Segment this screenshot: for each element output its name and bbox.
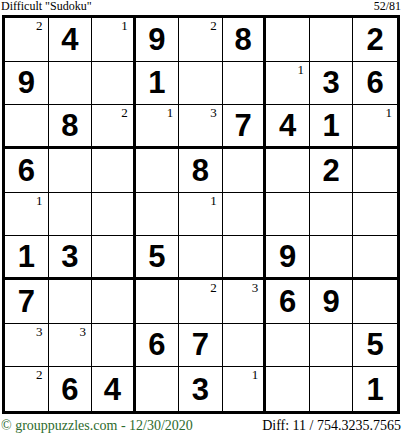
pencil-mark: 1 [210, 193, 217, 208]
pencil-mark: 3 [80, 324, 87, 339]
cell-r2c8[interactable]: 3 [310, 62, 354, 106]
cell-r9c6[interactable]: 1 [223, 367, 267, 411]
given-digit: 3 [61, 241, 78, 272]
page-title: Difficult "Sudoku" [1, 0, 92, 13]
given-digit: 8 [234, 24, 251, 55]
pencil-mark: 2 [36, 18, 43, 33]
given-digit: 1 [323, 110, 340, 141]
cell-r8c7[interactable] [266, 324, 310, 368]
cell-r1c8[interactable] [310, 18, 354, 62]
cell-r9c3[interactable]: 4 [92, 367, 136, 411]
cell-r7c9[interactable] [353, 280, 397, 324]
cell-r1c7[interactable] [266, 18, 310, 62]
given-digit: 4 [104, 374, 121, 405]
cell-r7c1[interactable]: 7 [5, 280, 49, 324]
cell-r8c9[interactable]: 5 [353, 324, 397, 368]
pencil-mark: 1 [36, 193, 43, 208]
given-digit: 5 [148, 241, 165, 272]
given-digit: 6 [279, 286, 296, 317]
pencil-mark: 1 [121, 18, 128, 33]
cell-r4c4[interactable] [136, 149, 180, 193]
cell-r5c3[interactable] [92, 193, 136, 237]
cell-r1c9[interactable]: 2 [353, 18, 397, 62]
cell-r2c7[interactable]: 1 [266, 62, 310, 106]
cell-r9c5[interactable]: 3 [179, 367, 223, 411]
given-digit: 6 [367, 67, 384, 98]
cell-r1c4[interactable]: 9 [136, 18, 180, 62]
cell-r9c8[interactable] [310, 367, 354, 411]
given-digit: 4 [279, 110, 296, 141]
given-digit: 2 [367, 24, 384, 55]
pencil-mark: 1 [252, 367, 259, 382]
cell-r8c4[interactable]: 6 [136, 324, 180, 368]
cell-r8c2[interactable]: 3 [49, 324, 93, 368]
cell-r6c3[interactable] [92, 236, 136, 280]
cell-r8c8[interactable] [310, 324, 354, 368]
cell-r3c6[interactable]: 7 [223, 105, 267, 149]
cell-r3c2[interactable]: 8 [49, 105, 93, 149]
given-digit: 8 [192, 155, 209, 186]
cell-r7c3[interactable] [92, 280, 136, 324]
cell-r6c6[interactable] [223, 236, 267, 280]
header: Difficult "Sudoku" 52/81 [0, 0, 402, 15]
pencil-mark: 1 [167, 105, 174, 120]
given-digit: 5 [367, 329, 384, 360]
cell-r9c4[interactable] [136, 367, 180, 411]
cell-r3c7[interactable]: 4 [266, 105, 310, 149]
cell-r6c1[interactable]: 1 [5, 236, 49, 280]
cell-r8c3[interactable] [92, 324, 136, 368]
cell-r6c4[interactable]: 5 [136, 236, 180, 280]
cell-r3c1[interactable] [5, 105, 49, 149]
pencil-mark: 2 [121, 105, 128, 120]
given-digit: 7 [18, 286, 35, 317]
difficulty-text: Diff: 11 / 754.3235.7565 [262, 418, 401, 434]
cell-r7c4[interactable] [136, 280, 180, 324]
cell-r3c4[interactable]: 1 [136, 105, 180, 149]
given-digit: 3 [192, 374, 209, 405]
given-digit: 9 [279, 241, 296, 272]
given-digit: 7 [192, 329, 209, 360]
cell-r2c9[interactable]: 6 [353, 62, 397, 106]
cell-r4c6[interactable] [223, 149, 267, 193]
cell-r2c6[interactable] [223, 62, 267, 106]
cell-r5c6[interactable] [223, 193, 267, 237]
cell-r1c1[interactable]: 2 [5, 18, 49, 62]
cell-r6c7[interactable]: 9 [266, 236, 310, 280]
cell-r4c7[interactable] [266, 149, 310, 193]
footer: © grouppuzzles.com - 12/30/2020 Diff: 11… [0, 414, 402, 437]
cell-r2c2[interactable] [49, 62, 93, 106]
given-digit: 7 [234, 110, 251, 141]
given-digit: 3 [323, 67, 340, 98]
cell-r8c1[interactable]: 3 [5, 324, 49, 368]
cell-r3c8[interactable]: 1 [310, 105, 354, 149]
cell-r6c5[interactable] [179, 236, 223, 280]
given-digit: 6 [18, 155, 35, 186]
given-digit: 2 [323, 155, 340, 186]
cell-r4c1[interactable]: 6 [5, 149, 49, 193]
pencil-mark: 2 [36, 367, 43, 382]
given-digit: 9 [18, 67, 35, 98]
given-digit: 1 [148, 67, 165, 98]
cell-r7c6[interactable]: 3 [223, 280, 267, 324]
cell-r9c1[interactable]: 2 [5, 367, 49, 411]
cell-r9c9[interactable]: 1 [353, 367, 397, 411]
cell-r7c5[interactable]: 2 [179, 280, 223, 324]
sudoku-grid: 2419282911368213741168211135972369336752… [2, 15, 400, 414]
cell-r2c3[interactable] [92, 62, 136, 106]
given-digit: 1 [18, 241, 35, 272]
given-digit: 1 [367, 374, 384, 405]
given-digit: 9 [148, 24, 165, 55]
puzzle-counter: 52/81 [374, 0, 401, 13]
cell-r1c3[interactable]: 1 [92, 18, 136, 62]
cell-r5c9[interactable] [353, 193, 397, 237]
cell-r6c9[interactable] [353, 236, 397, 280]
cell-r3c3[interactable]: 2 [92, 105, 136, 149]
pencil-mark: 2 [210, 18, 217, 33]
cell-r8c6[interactable] [223, 324, 267, 368]
cell-r7c7[interactable]: 6 [266, 280, 310, 324]
cell-r9c2[interactable]: 6 [49, 367, 93, 411]
pencil-mark: 1 [297, 62, 304, 77]
cell-r5c8[interactable] [310, 193, 354, 237]
copyright-text: © grouppuzzles.com - 12/30/2020 [1, 418, 193, 434]
cell-r4c3[interactable] [92, 149, 136, 193]
cell-r6c2[interactable]: 3 [49, 236, 93, 280]
cell-r5c4[interactable] [136, 193, 180, 237]
given-digit: 4 [61, 24, 78, 55]
cell-r4c9[interactable] [353, 149, 397, 193]
cell-r4c8[interactable]: 2 [310, 149, 354, 193]
cell-r1c2[interactable]: 4 [49, 18, 93, 62]
pencil-mark: 3 [36, 324, 43, 339]
cell-r5c7[interactable] [266, 193, 310, 237]
cell-r8c5[interactable]: 7 [179, 324, 223, 368]
cell-r5c1[interactable]: 1 [5, 193, 49, 237]
pencil-mark: 1 [386, 105, 393, 120]
board-area: 2419282911368213741168211135972369336752… [2, 15, 400, 414]
cell-r7c2[interactable] [49, 280, 93, 324]
cell-r5c2[interactable] [49, 193, 93, 237]
cell-r2c5[interactable] [179, 62, 223, 106]
cell-r5c5[interactable]: 1 [179, 193, 223, 237]
cell-r4c5[interactable]: 8 [179, 149, 223, 193]
cell-r3c9[interactable]: 1 [353, 105, 397, 149]
cell-r9c7[interactable] [266, 367, 310, 411]
cell-r7c8[interactable]: 9 [310, 280, 354, 324]
cell-r3c5[interactable]: 3 [179, 105, 223, 149]
cell-r1c6[interactable]: 8 [223, 18, 267, 62]
pencil-mark: 3 [210, 105, 217, 120]
given-digit: 6 [148, 329, 165, 360]
given-digit: 9 [323, 286, 340, 317]
cell-r1c5[interactable]: 2 [179, 18, 223, 62]
given-digit: 6 [61, 374, 78, 405]
sudoku-page: Difficult "Sudoku" 52/81 241928291136821… [0, 0, 402, 437]
cell-r2c4[interactable]: 1 [136, 62, 180, 106]
given-digit: 8 [61, 110, 78, 141]
cell-r4c2[interactable] [49, 149, 93, 193]
cell-r6c8[interactable] [310, 236, 354, 280]
pencil-mark: 3 [252, 280, 259, 295]
cell-r2c1[interactable]: 9 [5, 62, 49, 106]
pencil-mark: 2 [210, 280, 217, 295]
